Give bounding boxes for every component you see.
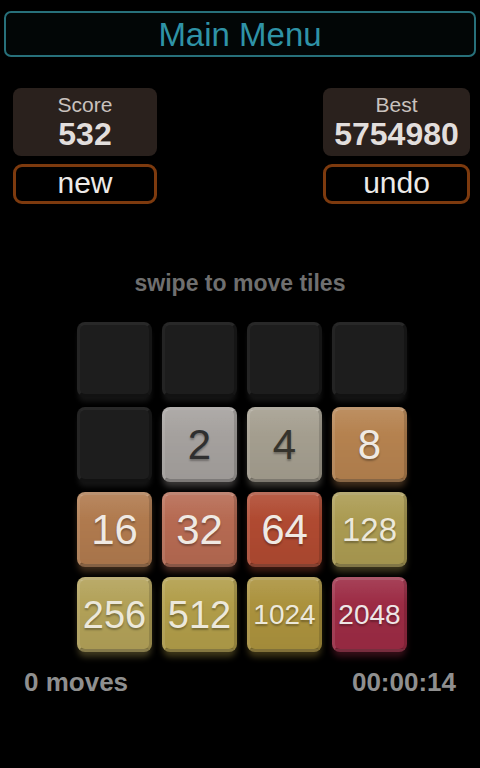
score-value: 532 [58, 118, 111, 150]
swipe-hint: swipe to move tiles [0, 270, 480, 297]
tile-2048: 2048 [332, 577, 407, 652]
new-game-button[interactable]: new [13, 164, 157, 204]
score-label: Score [58, 94, 113, 115]
tile-128: 128 [332, 492, 407, 567]
tile-4: 4 [247, 407, 322, 482]
page-title: Main Menu [158, 18, 321, 51]
tile-16: 16 [77, 492, 152, 567]
best-label: Best [375, 94, 417, 115]
empty-cell [332, 322, 407, 397]
tile-64: 64 [247, 492, 322, 567]
tile-32: 32 [162, 492, 237, 567]
score-panel: Score 532 [13, 88, 157, 156]
tile-8: 8 [332, 407, 407, 482]
empty-cell [77, 407, 152, 482]
best-value: 5754980 [334, 118, 459, 150]
timer: 00:00:14 [352, 667, 456, 698]
tile-512: 512 [162, 577, 237, 652]
empty-cell [247, 322, 322, 397]
board-grid[interactable]: 24816326412825651210242048 [77, 322, 407, 652]
game-screen: Main Menu Score 532 Best 5754980 new und… [0, 0, 480, 768]
empty-cell [162, 322, 237, 397]
status-bar: 0 moves 00:00:14 [0, 662, 480, 702]
empty-cell [77, 322, 152, 397]
best-panel: Best 5754980 [323, 88, 470, 156]
undo-button[interactable]: undo [323, 164, 470, 204]
tile-1024: 1024 [247, 577, 322, 652]
moves-counter: 0 moves [24, 667, 128, 698]
tile-256: 256 [77, 577, 152, 652]
tile-2: 2 [162, 407, 237, 482]
main-menu-button[interactable]: Main Menu [4, 11, 476, 57]
